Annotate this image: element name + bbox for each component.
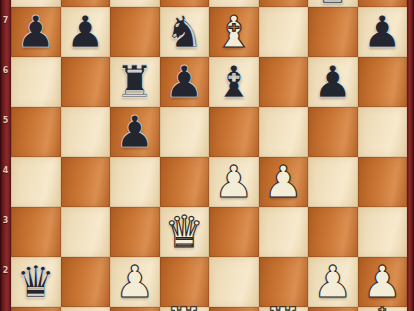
square-b1[interactable] — [61, 307, 111, 311]
square-b2[interactable] — [61, 257, 111, 307]
white-king-h1[interactable]: ♚ — [363, 300, 402, 311]
rank-label-6: 6 — [0, 65, 11, 77]
black-pawn-b7[interactable]: ♟ — [66, 8, 105, 56]
black-pawn-c5[interactable]: ♟ — [115, 108, 154, 156]
square-b3[interactable] — [61, 207, 111, 257]
white-rook-f1[interactable]: ♜ — [264, 300, 303, 311]
square-e6[interactable]: ♝ — [209, 57, 259, 107]
square-f7[interactable] — [259, 7, 309, 57]
square-e2[interactable] — [209, 257, 259, 307]
square-f5[interactable] — [259, 107, 309, 157]
square-c4[interactable] — [110, 157, 160, 207]
square-e3[interactable] — [209, 207, 259, 257]
white-bishop-e7[interactable]: ♝ — [214, 8, 253, 56]
square-g6[interactable]: ♟ — [308, 57, 358, 107]
white-pawn-c2[interactable]: ♟ — [115, 258, 154, 306]
board-frame-left: 7 6 5 4 3 2 — [0, 0, 11, 311]
square-d5[interactable] — [160, 107, 210, 157]
black-pawn-h7[interactable]: ♟ — [363, 8, 402, 56]
square-d6[interactable]: ♟ — [160, 57, 210, 107]
square-c6[interactable]: ♜ — [110, 57, 160, 107]
rank-label-3: 3 — [0, 215, 11, 227]
square-d3[interactable]: ♛ — [160, 207, 210, 257]
square-b4[interactable] — [61, 157, 111, 207]
square-a4[interactable] — [11, 157, 61, 207]
black-knight-d7[interactable]: ♞ — [165, 8, 204, 56]
square-c1[interactable] — [110, 307, 160, 311]
square-b7[interactable]: ♟ — [61, 7, 111, 57]
rank-label-7: 7 — [0, 15, 11, 27]
square-g8[interactable]: ♚ — [308, 0, 358, 7]
square-h5[interactable] — [358, 107, 408, 157]
square-d7[interactable]: ♞ — [160, 7, 210, 57]
square-c5[interactable]: ♟ — [110, 107, 160, 157]
square-a2[interactable]: ♛ — [11, 257, 61, 307]
rank-label-5: 5 — [0, 115, 11, 127]
black-bishop-e6[interactable]: ♝ — [214, 58, 253, 106]
chess-board-screenshot: 7 6 5 4 3 2 ♚♟♟♞♝♟♜♟♝♟♟♟♟♛♛♟♟♟♜♜♚ — [0, 0, 414, 311]
square-f3[interactable] — [259, 207, 309, 257]
black-pawn-a7[interactable]: ♟ — [16, 8, 55, 56]
chess-board: ♚♟♟♞♝♟♜♟♝♟♟♟♟♛♛♟♟♟♜♜♚ — [11, 0, 407, 311]
square-b5[interactable] — [61, 107, 111, 157]
rank-label-2: 2 — [0, 265, 11, 277]
square-e1[interactable] — [209, 307, 259, 311]
square-a3[interactable] — [11, 207, 61, 257]
square-h4[interactable] — [358, 157, 408, 207]
black-queen-a2[interactable]: ♛ — [16, 258, 55, 306]
square-g5[interactable] — [308, 107, 358, 157]
white-queen-d3[interactable]: ♛ — [165, 208, 204, 256]
board-frame-right — [407, 0, 414, 311]
square-g2[interactable]: ♟ — [308, 257, 358, 307]
square-e7[interactable]: ♝ — [209, 7, 259, 57]
square-h6[interactable] — [358, 57, 408, 107]
square-g4[interactable] — [308, 157, 358, 207]
square-g7[interactable] — [308, 7, 358, 57]
square-h3[interactable] — [358, 207, 408, 257]
square-d4[interactable] — [160, 157, 210, 207]
square-h7[interactable]: ♟ — [358, 7, 408, 57]
white-pawn-e4[interactable]: ♟ — [214, 158, 253, 206]
black-pawn-g6[interactable]: ♟ — [313, 58, 352, 106]
white-rook-d1[interactable]: ♜ — [165, 300, 204, 311]
square-a1[interactable] — [11, 307, 61, 311]
white-pawn-g2[interactable]: ♟ — [313, 258, 352, 306]
square-c7[interactable] — [110, 7, 160, 57]
square-d1[interactable]: ♜ — [160, 307, 210, 311]
white-pawn-f4[interactable]: ♟ — [264, 158, 303, 206]
square-b6[interactable] — [61, 57, 111, 107]
square-c3[interactable] — [110, 207, 160, 257]
square-h1[interactable]: ♚ — [358, 307, 408, 311]
square-a7[interactable]: ♟ — [11, 7, 61, 57]
square-f1[interactable]: ♜ — [259, 307, 309, 311]
square-e5[interactable] — [209, 107, 259, 157]
square-f6[interactable] — [259, 57, 309, 107]
square-f8[interactable] — [259, 0, 309, 7]
square-g3[interactable] — [308, 207, 358, 257]
square-g1[interactable] — [308, 307, 358, 311]
square-e4[interactable]: ♟ — [209, 157, 259, 207]
square-c2[interactable]: ♟ — [110, 257, 160, 307]
rank-label-4: 4 — [0, 165, 11, 177]
square-f4[interactable]: ♟ — [259, 157, 309, 207]
square-c8[interactable] — [110, 0, 160, 7]
black-pawn-d6[interactable]: ♟ — [165, 58, 204, 106]
square-a6[interactable] — [11, 57, 61, 107]
black-rook-c6[interactable]: ♜ — [115, 58, 154, 106]
square-a5[interactable] — [11, 107, 61, 157]
board-grid: ♚♟♟♞♝♟♜♟♝♟♟♟♟♛♛♟♟♟♜♜♚ — [11, 0, 407, 311]
